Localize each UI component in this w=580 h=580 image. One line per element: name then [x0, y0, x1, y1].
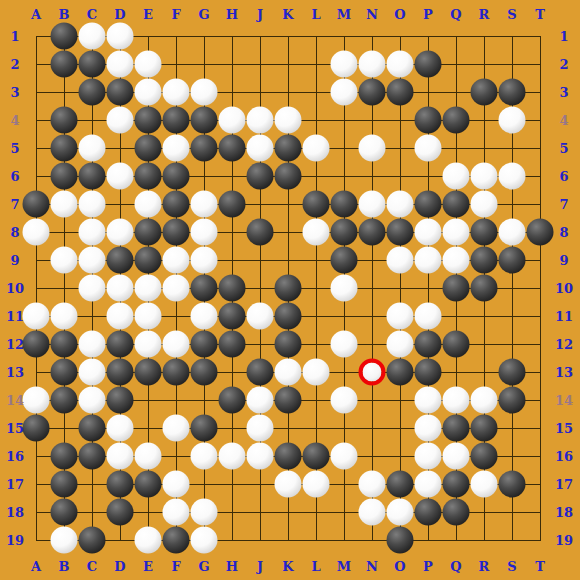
- white-stone-G3: [191, 79, 218, 106]
- white-stone-J11: [247, 303, 274, 330]
- white-stone-P14: [415, 387, 442, 414]
- white-stone-Q9: [443, 247, 470, 274]
- black-stone-P13: [415, 359, 442, 386]
- white-stone-F15: [163, 415, 190, 442]
- black-stone-B16: [51, 443, 78, 470]
- white-stone-C8: [79, 219, 106, 246]
- white-stone-E19: [135, 527, 162, 554]
- white-stone-A11: [23, 303, 50, 330]
- black-stone-B14: [51, 387, 78, 414]
- white-stone-D6: [107, 163, 134, 190]
- black-stone-O17: [387, 471, 414, 498]
- black-stone-H12: [219, 331, 246, 358]
- black-stone-S9: [499, 247, 526, 274]
- white-stone-M12: [331, 331, 358, 358]
- coord-label: H: [226, 560, 238, 573]
- black-stone-O8: [387, 219, 414, 246]
- black-stone-J13: [247, 359, 274, 386]
- white-stone-D8: [107, 219, 134, 246]
- white-stone-G16: [191, 443, 218, 470]
- black-stone-P18: [415, 499, 442, 526]
- black-stone-B4: [51, 107, 78, 134]
- white-stone-R17: [471, 471, 498, 498]
- black-stone-F7: [163, 191, 190, 218]
- white-stone-F10: [163, 275, 190, 302]
- coord-label: B: [59, 8, 70, 21]
- white-stone-M3: [331, 79, 358, 106]
- white-stone-R7: [471, 191, 498, 218]
- white-stone-P15: [415, 415, 442, 442]
- coord-label: R: [479, 8, 490, 21]
- coord-label: A: [31, 560, 41, 573]
- white-stone-H4: [219, 107, 246, 134]
- black-stone-E5: [135, 135, 162, 162]
- black-stone-H10: [219, 275, 246, 302]
- white-stone-E12: [135, 331, 162, 358]
- white-stone-L5: [303, 135, 330, 162]
- black-stone-L16: [303, 443, 330, 470]
- white-stone-B11: [51, 303, 78, 330]
- white-stone-D4: [107, 107, 134, 134]
- coord-label: E: [143, 560, 153, 573]
- black-stone-P7: [415, 191, 442, 218]
- coord-label: S: [507, 560, 516, 573]
- coord-label: R: [479, 560, 490, 573]
- white-stone-J14: [247, 387, 274, 414]
- black-stone-C19: [79, 527, 106, 554]
- coord-label: P: [423, 8, 433, 21]
- black-stone-D17: [107, 471, 134, 498]
- coord-label: L: [311, 560, 320, 573]
- white-stone-R6: [471, 163, 498, 190]
- coord-label: 7: [559, 198, 568, 211]
- white-stone-D15: [107, 415, 134, 442]
- black-stone-N3: [359, 79, 386, 106]
- white-stone-C14: [79, 387, 106, 414]
- black-stone-K6: [275, 163, 302, 190]
- white-stone-Q16: [443, 443, 470, 470]
- white-stone-O12: [387, 331, 414, 358]
- coord-label: 18: [6, 506, 24, 519]
- coord-label: 16: [555, 450, 573, 463]
- coord-label: 13: [555, 366, 573, 379]
- coord-label: 7: [10, 198, 19, 211]
- black-stone-H7: [219, 191, 246, 218]
- white-stone-N18: [359, 499, 386, 526]
- white-stone-C1: [79, 23, 106, 50]
- black-stone-L7: [303, 191, 330, 218]
- black-stone-G15: [191, 415, 218, 442]
- white-stone-J15: [247, 415, 274, 442]
- coord-label: H: [226, 8, 238, 21]
- go-app-window: AABBCCDDEEFFGGHHJJKKLLMMNNOOPPQQRRSSTT11…: [0, 0, 580, 580]
- coord-label: 17: [6, 478, 24, 491]
- coord-label: M: [337, 560, 351, 573]
- coord-label: J: [257, 560, 263, 573]
- white-stone-B7: [51, 191, 78, 218]
- black-stone-F19: [163, 527, 190, 554]
- coord-label: T: [535, 8, 545, 21]
- white-stone-N7: [359, 191, 386, 218]
- coord-label: 5: [10, 142, 19, 155]
- coord-label: G: [198, 560, 209, 573]
- black-stone-D18: [107, 499, 134, 526]
- black-stone-C3: [79, 79, 106, 106]
- coord-label: K: [282, 8, 293, 21]
- black-stone-E6: [135, 163, 162, 190]
- coord-label: 9: [559, 254, 568, 267]
- white-stone-D2: [107, 51, 134, 78]
- coord-label: 11: [555, 310, 573, 323]
- black-stone-Q12: [443, 331, 470, 358]
- black-stone-R16: [471, 443, 498, 470]
- white-stone-M14: [331, 387, 358, 414]
- black-stone-G10: [191, 275, 218, 302]
- coord-label: D: [114, 560, 125, 573]
- white-stone-N5: [359, 135, 386, 162]
- black-stone-Q10: [443, 275, 470, 302]
- black-stone-H11: [219, 303, 246, 330]
- coord-label: 10: [6, 282, 24, 295]
- white-stone-C10: [79, 275, 106, 302]
- coord-label: F: [171, 8, 180, 21]
- coord-label: G: [198, 8, 209, 21]
- black-stone-E17: [135, 471, 162, 498]
- white-stone-C9: [79, 247, 106, 274]
- white-stone-G19: [191, 527, 218, 554]
- black-stone-R10: [471, 275, 498, 302]
- black-stone-A12: [23, 331, 50, 358]
- white-stone-N2: [359, 51, 386, 78]
- black-stone-O3: [387, 79, 414, 106]
- white-stone-P9: [415, 247, 442, 274]
- black-stone-S13: [499, 359, 526, 386]
- white-stone-S6: [499, 163, 526, 190]
- black-stone-K12: [275, 331, 302, 358]
- black-stone-P12: [415, 331, 442, 358]
- white-stone-S4: [499, 107, 526, 134]
- coord-label: E: [143, 8, 153, 21]
- black-stone-K11: [275, 303, 302, 330]
- black-stone-G4: [191, 107, 218, 134]
- black-stone-H14: [219, 387, 246, 414]
- black-stone-R15: [471, 415, 498, 442]
- black-stone-R9: [471, 247, 498, 274]
- white-stone-B9: [51, 247, 78, 274]
- white-stone-G18: [191, 499, 218, 526]
- coord-label: Q: [450, 560, 461, 573]
- black-stone-G13: [191, 359, 218, 386]
- white-stone-Q8: [443, 219, 470, 246]
- white-stone-P5: [415, 135, 442, 162]
- last-move-white-stone-N13: [359, 359, 386, 386]
- coord-label: P: [423, 560, 433, 573]
- white-stone-N17: [359, 471, 386, 498]
- black-stone-B12: [51, 331, 78, 358]
- black-stone-O13: [387, 359, 414, 386]
- coord-label: C: [87, 560, 97, 573]
- coord-label: 6: [559, 170, 568, 183]
- white-stone-P16: [415, 443, 442, 470]
- coord-label: 19: [6, 534, 24, 547]
- white-stone-O9: [387, 247, 414, 274]
- coord-label: 8: [559, 226, 568, 239]
- black-stone-Q17: [443, 471, 470, 498]
- coord-label: 13: [6, 366, 24, 379]
- coord-label: 4: [559, 114, 568, 127]
- coord-label: 12: [6, 338, 24, 351]
- black-stone-E13: [135, 359, 162, 386]
- black-stone-M7: [331, 191, 358, 218]
- black-stone-Q4: [443, 107, 470, 134]
- coord-label: 12: [555, 338, 573, 351]
- white-stone-D1: [107, 23, 134, 50]
- white-stone-D11: [107, 303, 134, 330]
- white-stone-K17: [275, 471, 302, 498]
- black-stone-N8: [359, 219, 386, 246]
- white-stone-C13: [79, 359, 106, 386]
- white-stone-M10: [331, 275, 358, 302]
- white-stone-L8: [303, 219, 330, 246]
- black-stone-M9: [331, 247, 358, 274]
- white-stone-R14: [471, 387, 498, 414]
- white-stone-P17: [415, 471, 442, 498]
- white-stone-L13: [303, 359, 330, 386]
- coord-label: C: [87, 8, 97, 21]
- coord-label: 14: [6, 394, 24, 407]
- coord-label: S: [507, 8, 516, 21]
- black-stone-C6: [79, 163, 106, 190]
- black-stone-Q18: [443, 499, 470, 526]
- black-stone-K14: [275, 387, 302, 414]
- black-stone-A7: [23, 191, 50, 218]
- black-stone-M8: [331, 219, 358, 246]
- white-stone-O18: [387, 499, 414, 526]
- black-stone-Q15: [443, 415, 470, 442]
- black-stone-C15: [79, 415, 106, 442]
- coord-label: K: [282, 560, 293, 573]
- white-stone-E3: [135, 79, 162, 106]
- black-stone-F8: [163, 219, 190, 246]
- white-stone-F9: [163, 247, 190, 274]
- white-stone-L17: [303, 471, 330, 498]
- white-stone-O2: [387, 51, 414, 78]
- black-stone-S14: [499, 387, 526, 414]
- black-stone-O19: [387, 527, 414, 554]
- white-stone-Q14: [443, 387, 470, 414]
- black-stone-P4: [415, 107, 442, 134]
- black-stone-K10: [275, 275, 302, 302]
- white-stone-G7: [191, 191, 218, 218]
- coord-label: 3: [10, 86, 19, 99]
- white-stone-G8: [191, 219, 218, 246]
- black-stone-H5: [219, 135, 246, 162]
- black-stone-C16: [79, 443, 106, 470]
- white-stone-E7: [135, 191, 162, 218]
- white-stone-D10: [107, 275, 134, 302]
- black-stone-B17: [51, 471, 78, 498]
- black-stone-Q7: [443, 191, 470, 218]
- black-stone-R8: [471, 219, 498, 246]
- black-stone-K16: [275, 443, 302, 470]
- white-stone-A8: [23, 219, 50, 246]
- black-stone-B2: [51, 51, 78, 78]
- coord-label: N: [366, 8, 378, 21]
- white-stone-H16: [219, 443, 246, 470]
- coord-label: 3: [559, 86, 568, 99]
- black-stone-F6: [163, 163, 190, 190]
- white-stone-K13: [275, 359, 302, 386]
- black-stone-E4: [135, 107, 162, 134]
- black-stone-B6: [51, 163, 78, 190]
- white-stone-F5: [163, 135, 190, 162]
- black-stone-T8: [527, 219, 554, 246]
- coord-label: A: [31, 8, 41, 21]
- white-stone-J16: [247, 443, 274, 470]
- white-stone-C7: [79, 191, 106, 218]
- black-stone-D13: [107, 359, 134, 386]
- coord-label: L: [311, 8, 320, 21]
- coord-label: 11: [6, 310, 24, 323]
- white-stone-J5: [247, 135, 274, 162]
- black-stone-C2: [79, 51, 106, 78]
- coord-label: N: [366, 560, 378, 573]
- black-stone-R3: [471, 79, 498, 106]
- coord-label: 2: [559, 58, 568, 71]
- white-stone-M16: [331, 443, 358, 470]
- black-stone-E8: [135, 219, 162, 246]
- black-stone-E9: [135, 247, 162, 274]
- white-stone-S8: [499, 219, 526, 246]
- black-stone-D12: [107, 331, 134, 358]
- black-stone-G5: [191, 135, 218, 162]
- coord-label: 14: [555, 394, 573, 407]
- white-stone-F12: [163, 331, 190, 358]
- coord-label: 1: [10, 30, 19, 43]
- white-stone-E16: [135, 443, 162, 470]
- white-stone-D16: [107, 443, 134, 470]
- black-stone-J6: [247, 163, 274, 190]
- coord-label: Q: [450, 8, 461, 21]
- white-stone-J4: [247, 107, 274, 134]
- coord-label: 6: [10, 170, 19, 183]
- black-stone-J8: [247, 219, 274, 246]
- white-stone-O7: [387, 191, 414, 218]
- black-stone-B5: [51, 135, 78, 162]
- coord-label: 1: [559, 30, 568, 43]
- black-stone-G12: [191, 331, 218, 358]
- black-stone-B18: [51, 499, 78, 526]
- coord-label: 15: [6, 422, 24, 435]
- black-stone-B1: [51, 23, 78, 50]
- black-stone-B13: [51, 359, 78, 386]
- white-stone-B19: [51, 527, 78, 554]
- white-stone-G9: [191, 247, 218, 274]
- coord-label: M: [337, 8, 351, 21]
- black-stone-P2: [415, 51, 442, 78]
- white-stone-P8: [415, 219, 442, 246]
- white-stone-E2: [135, 51, 162, 78]
- coord-label: J: [257, 8, 263, 21]
- coord-label: B: [59, 560, 70, 573]
- white-stone-C12: [79, 331, 106, 358]
- white-stone-M2: [331, 51, 358, 78]
- white-stone-G11: [191, 303, 218, 330]
- coord-label: O: [394, 560, 405, 573]
- coord-label: 5: [559, 142, 568, 155]
- white-stone-C5: [79, 135, 106, 162]
- coord-label: 2: [10, 58, 19, 71]
- coord-label: 15: [555, 422, 573, 435]
- black-stone-D14: [107, 387, 134, 414]
- black-stone-S17: [499, 471, 526, 498]
- black-stone-D3: [107, 79, 134, 106]
- black-stone-S3: [499, 79, 526, 106]
- coord-label: 4: [10, 114, 19, 127]
- coord-label: 10: [555, 282, 573, 295]
- white-stone-E10: [135, 275, 162, 302]
- coord-label: F: [171, 560, 180, 573]
- black-stone-F13: [163, 359, 190, 386]
- white-stone-F3: [163, 79, 190, 106]
- white-stone-F18: [163, 499, 190, 526]
- white-stone-K4: [275, 107, 302, 134]
- white-stone-Q6: [443, 163, 470, 190]
- black-stone-F4: [163, 107, 190, 134]
- white-stone-E11: [135, 303, 162, 330]
- coord-label: T: [535, 560, 545, 573]
- coord-label: 9: [10, 254, 19, 267]
- coord-label: D: [114, 8, 125, 21]
- coord-label: 17: [555, 478, 573, 491]
- coord-label: 19: [555, 534, 573, 547]
- black-stone-K5: [275, 135, 302, 162]
- black-stone-A15: [23, 415, 50, 442]
- coord-label: 8: [10, 226, 19, 239]
- white-stone-A14: [23, 387, 50, 414]
- coord-label: 18: [555, 506, 573, 519]
- coord-label: 16: [6, 450, 24, 463]
- white-stone-P11: [415, 303, 442, 330]
- black-stone-D9: [107, 247, 134, 274]
- white-stone-F17: [163, 471, 190, 498]
- coord-label: O: [394, 8, 405, 21]
- white-stone-O11: [387, 303, 414, 330]
